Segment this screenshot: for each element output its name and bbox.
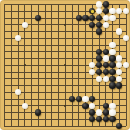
white-stone bbox=[109, 49, 115, 55]
black-stone bbox=[89, 15, 95, 21]
black-stone bbox=[103, 69, 109, 75]
white-stone bbox=[116, 8, 122, 14]
black-stone bbox=[109, 116, 115, 122]
black-stone bbox=[89, 22, 95, 28]
white-stone bbox=[103, 15, 109, 21]
star-point bbox=[64, 105, 66, 107]
white-stone bbox=[103, 76, 109, 82]
black-stone bbox=[96, 15, 102, 21]
black-stone bbox=[103, 8, 109, 14]
star-point bbox=[64, 64, 66, 66]
white-stone bbox=[109, 15, 115, 21]
black-stone bbox=[69, 96, 75, 102]
black-stone bbox=[76, 96, 82, 102]
white-stone bbox=[22, 22, 28, 28]
white-stone bbox=[89, 62, 95, 68]
screenshot-stage bbox=[0, 0, 130, 130]
white-stone bbox=[89, 69, 95, 75]
white-stone bbox=[89, 103, 95, 109]
black-stone bbox=[35, 109, 41, 115]
grid-line-vertical bbox=[72, 4, 73, 126]
black-stone bbox=[109, 76, 115, 82]
black-stone bbox=[89, 116, 95, 122]
white-stone bbox=[103, 22, 109, 28]
white-stone bbox=[103, 55, 109, 61]
white-stone bbox=[123, 62, 129, 68]
black-stone bbox=[109, 62, 115, 68]
black-stone bbox=[96, 28, 102, 34]
white-stone bbox=[109, 42, 115, 48]
white-stone bbox=[96, 76, 102, 82]
white-stone bbox=[116, 69, 122, 75]
black-stone bbox=[82, 103, 88, 109]
black-stone bbox=[96, 49, 102, 55]
black-stone bbox=[116, 123, 122, 129]
white-stone bbox=[109, 109, 115, 115]
black-stone bbox=[96, 22, 102, 28]
black-stone bbox=[89, 109, 95, 115]
black-stone bbox=[116, 82, 122, 88]
black-stone bbox=[103, 103, 109, 109]
white-stone bbox=[96, 1, 102, 7]
grid-line-horizontal bbox=[4, 85, 126, 86]
white-stone bbox=[109, 8, 115, 14]
go-board[interactable] bbox=[0, 0, 130, 130]
white-stone bbox=[116, 62, 122, 68]
black-stone bbox=[89, 96, 95, 102]
white-stone bbox=[116, 76, 122, 82]
black-stone bbox=[109, 55, 115, 61]
black-stone bbox=[103, 116, 109, 122]
black-stone bbox=[35, 15, 41, 21]
white-stone bbox=[109, 103, 115, 109]
white-stone bbox=[116, 55, 122, 61]
white-stone bbox=[15, 35, 21, 41]
white-stone bbox=[82, 96, 88, 102]
black-stone bbox=[109, 82, 115, 88]
black-stone bbox=[103, 1, 109, 7]
white-stone bbox=[15, 89, 21, 95]
black-stone bbox=[96, 62, 102, 68]
last-move-marker bbox=[91, 10, 94, 13]
black-stone bbox=[76, 15, 82, 21]
black-stone bbox=[103, 62, 109, 68]
grid-line-horizontal bbox=[4, 126, 126, 127]
star-point bbox=[24, 64, 26, 66]
black-stone bbox=[96, 55, 102, 61]
white-stone bbox=[123, 35, 129, 41]
grid-line-vertical bbox=[78, 4, 79, 126]
black-stone bbox=[82, 15, 88, 21]
black-stone bbox=[103, 49, 109, 55]
black-stone bbox=[96, 69, 102, 75]
white-stone bbox=[123, 8, 129, 14]
white-stone bbox=[96, 109, 102, 115]
grid-line-horizontal bbox=[4, 92, 126, 93]
black-stone bbox=[109, 69, 115, 75]
white-stone bbox=[96, 8, 102, 14]
black-stone bbox=[96, 116, 102, 122]
white-stone bbox=[22, 103, 28, 109]
star-point bbox=[64, 24, 66, 26]
black-stone bbox=[103, 109, 109, 115]
grid-line-horizontal bbox=[4, 99, 126, 100]
white-stone bbox=[116, 28, 122, 34]
